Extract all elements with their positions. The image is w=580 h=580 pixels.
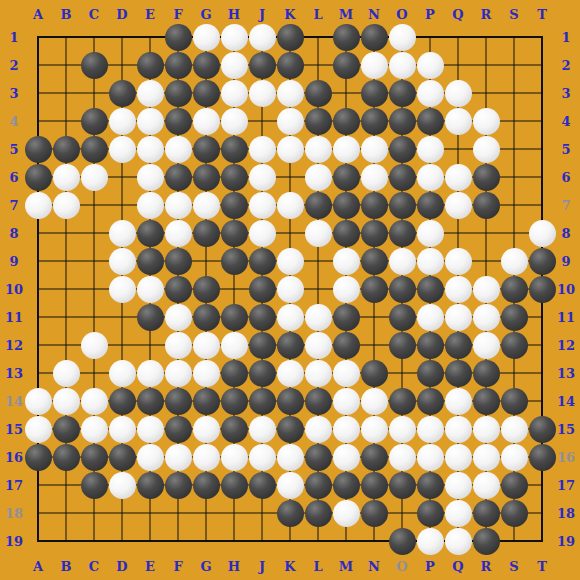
black-stone-N10[interactable] — [361, 276, 388, 303]
white-stone-H3[interactable] — [221, 80, 248, 107]
black-stone-C4[interactable] — [81, 108, 108, 135]
coord-label-bottom-T: T — [537, 560, 547, 573]
white-stone-J16[interactable] — [249, 444, 276, 471]
black-stone-G17[interactable] — [193, 472, 220, 499]
black-stone-J10[interactable] — [249, 276, 276, 303]
black-stone-R6[interactable] — [473, 164, 500, 191]
black-stone-O14[interactable] — [389, 388, 416, 415]
black-stone-E14[interactable] — [137, 388, 164, 415]
white-stone-K10[interactable] — [277, 276, 304, 303]
white-stone-Q16[interactable] — [445, 444, 472, 471]
black-stone-M7[interactable] — [333, 192, 360, 219]
white-stone-A14[interactable] — [25, 388, 52, 415]
white-stone-S15[interactable] — [501, 416, 528, 443]
coord-label-top-C: C — [89, 8, 99, 21]
black-stone-F1[interactable] — [165, 24, 192, 51]
black-stone-N17[interactable] — [361, 472, 388, 499]
black-stone-O12[interactable] — [389, 332, 416, 359]
white-stone-Q7[interactable] — [445, 192, 472, 219]
white-stone-P8[interactable] — [417, 220, 444, 247]
white-stone-N5[interactable] — [361, 136, 388, 163]
coord-label-top-G: G — [200, 8, 211, 21]
black-stone-G6[interactable] — [193, 164, 220, 191]
white-stone-J8[interactable] — [249, 220, 276, 247]
coord-label-bottom-L: L — [313, 560, 322, 573]
white-stone-E16[interactable] — [137, 444, 164, 471]
black-stone-N13[interactable] — [361, 360, 388, 387]
white-stone-D8[interactable] — [109, 220, 136, 247]
white-stone-P11[interactable] — [417, 304, 444, 331]
black-stone-S11[interactable] — [501, 304, 528, 331]
black-stone-R19[interactable] — [473, 528, 500, 555]
white-stone-N14[interactable] — [361, 388, 388, 415]
white-stone-K5[interactable] — [277, 136, 304, 163]
coord-label-right-2: 2 — [561, 59, 570, 72]
white-stone-F11[interactable] — [165, 304, 192, 331]
white-stone-R17[interactable] — [473, 472, 500, 499]
coord-label-top-F: F — [173, 8, 182, 21]
white-stone-S16[interactable] — [501, 444, 528, 471]
white-stone-A7[interactable] — [25, 192, 52, 219]
coord-label-right-19: 19 — [557, 535, 575, 548]
black-stone-B5[interactable] — [53, 136, 80, 163]
white-stone-G1[interactable] — [193, 24, 220, 51]
white-stone-P6[interactable] — [417, 164, 444, 191]
coord-label-top-T: T — [537, 8, 547, 21]
black-stone-R18[interactable] — [473, 500, 500, 527]
black-stone-C2[interactable] — [81, 52, 108, 79]
white-stone-G7[interactable] — [193, 192, 220, 219]
white-stone-K4[interactable] — [277, 108, 304, 135]
black-stone-L4[interactable] — [305, 108, 332, 135]
white-stone-R11[interactable] — [473, 304, 500, 331]
coord-label-top-K: K — [284, 8, 295, 21]
black-stone-N4[interactable] — [361, 108, 388, 135]
black-stone-H15[interactable] — [221, 416, 248, 443]
white-stone-G13[interactable] — [193, 360, 220, 387]
black-stone-Q13[interactable] — [445, 360, 472, 387]
white-stone-M16[interactable] — [333, 444, 360, 471]
coord-label-top-L: L — [313, 8, 322, 21]
white-stone-Q15[interactable] — [445, 416, 472, 443]
white-stone-M13[interactable] — [333, 360, 360, 387]
white-stone-A15[interactable] — [25, 416, 52, 443]
white-stone-Q9[interactable] — [445, 248, 472, 275]
coord-label-left-5: 5 — [9, 143, 18, 156]
black-stone-P14[interactable] — [417, 388, 444, 415]
white-stone-E4[interactable] — [137, 108, 164, 135]
white-stone-J7[interactable] — [249, 192, 276, 219]
black-stone-A16[interactable] — [25, 444, 52, 471]
white-stone-D17[interactable] — [109, 472, 136, 499]
black-stone-O7[interactable] — [389, 192, 416, 219]
black-stone-S12[interactable] — [501, 332, 528, 359]
black-stone-M8[interactable] — [333, 220, 360, 247]
coord-label-bottom-R: R — [481, 560, 492, 573]
white-stone-N2[interactable] — [361, 52, 388, 79]
black-stone-K2[interactable] — [277, 52, 304, 79]
white-stone-Q3[interactable] — [445, 80, 472, 107]
white-stone-G12[interactable] — [193, 332, 220, 359]
white-stone-M9[interactable] — [333, 248, 360, 275]
coord-label-left-3: 3 — [9, 87, 18, 100]
white-stone-N15[interactable] — [361, 416, 388, 443]
black-stone-B15[interactable] — [53, 416, 80, 443]
white-stone-E3[interactable] — [137, 80, 164, 107]
white-stone-G16[interactable] — [193, 444, 220, 471]
coord-label-left-7: 7 — [9, 199, 18, 212]
white-stone-J3[interactable] — [249, 80, 276, 107]
coord-label-left-1: 1 — [9, 31, 18, 44]
black-stone-O3[interactable] — [389, 80, 416, 107]
black-stone-P17[interactable] — [417, 472, 444, 499]
black-stone-K18[interactable] — [277, 500, 304, 527]
black-stone-Q12[interactable] — [445, 332, 472, 359]
black-stone-F9[interactable] — [165, 248, 192, 275]
white-stone-J15[interactable] — [249, 416, 276, 443]
white-stone-K7[interactable] — [277, 192, 304, 219]
coord-label-right-5: 5 — [561, 143, 570, 156]
black-stone-H7[interactable] — [221, 192, 248, 219]
white-stone-H4[interactable] — [221, 108, 248, 135]
white-stone-E13[interactable] — [137, 360, 164, 387]
black-stone-E11[interactable] — [137, 304, 164, 331]
white-stone-B13[interactable] — [53, 360, 80, 387]
white-stone-D9[interactable] — [109, 248, 136, 275]
white-stone-N6[interactable] — [361, 164, 388, 191]
black-stone-F10[interactable] — [165, 276, 192, 303]
black-stone-F6[interactable] — [165, 164, 192, 191]
white-stone-F12[interactable] — [165, 332, 192, 359]
black-stone-P18[interactable] — [417, 500, 444, 527]
white-stone-E15[interactable] — [137, 416, 164, 443]
white-stone-Q6[interactable] — [445, 164, 472, 191]
black-stone-T10[interactable] — [529, 276, 556, 303]
black-stone-N3[interactable] — [361, 80, 388, 107]
coord-label-left-15: 15 — [5, 423, 23, 436]
coord-label-bottom-O: O — [396, 560, 407, 573]
black-stone-M12[interactable] — [333, 332, 360, 359]
coord-label-left-12: 12 — [5, 339, 23, 352]
white-stone-P3[interactable] — [417, 80, 444, 107]
black-stone-L18[interactable] — [305, 500, 332, 527]
white-stone-H2[interactable] — [221, 52, 248, 79]
white-stone-G15[interactable] — [193, 416, 220, 443]
black-stone-N8[interactable] — [361, 220, 388, 247]
white-stone-Q11[interactable] — [445, 304, 472, 331]
black-stone-O6[interactable] — [389, 164, 416, 191]
white-stone-L5[interactable] — [305, 136, 332, 163]
coord-label-bottom-F: F — [173, 560, 182, 573]
black-stone-P12[interactable] — [417, 332, 444, 359]
coord-label-top-H: H — [228, 8, 240, 21]
black-stone-G14[interactable] — [193, 388, 220, 415]
coord-label-left-8: 8 — [9, 227, 18, 240]
white-stone-B14[interactable] — [53, 388, 80, 415]
black-stone-H13[interactable] — [221, 360, 248, 387]
black-stone-G5[interactable] — [193, 136, 220, 163]
coord-label-bottom-J: J — [259, 560, 265, 573]
black-stone-P4[interactable] — [417, 108, 444, 135]
white-stone-R16[interactable] — [473, 444, 500, 471]
black-stone-D14[interactable] — [109, 388, 136, 415]
black-stone-N16[interactable] — [361, 444, 388, 471]
black-stone-K1[interactable] — [277, 24, 304, 51]
coord-label-bottom-N: N — [368, 560, 380, 573]
black-stone-O17[interactable] — [389, 472, 416, 499]
white-stone-P9[interactable] — [417, 248, 444, 275]
black-stone-J11[interactable] — [249, 304, 276, 331]
black-stone-S14[interactable] — [501, 388, 528, 415]
black-stone-J9[interactable] — [249, 248, 276, 275]
white-stone-E7[interactable] — [137, 192, 164, 219]
white-stone-D15[interactable] — [109, 416, 136, 443]
black-stone-J13[interactable] — [249, 360, 276, 387]
coord-label-right-12: 12 — [557, 339, 575, 352]
black-stone-M6[interactable] — [333, 164, 360, 191]
white-stone-K16[interactable] — [277, 444, 304, 471]
black-stone-E8[interactable] — [137, 220, 164, 247]
white-stone-P19[interactable] — [417, 528, 444, 555]
black-stone-J17[interactable] — [249, 472, 276, 499]
white-stone-H1[interactable] — [221, 24, 248, 51]
coord-label-bottom-Q: Q — [452, 560, 463, 573]
black-stone-A6[interactable] — [25, 164, 52, 191]
coord-label-top-R: R — [481, 8, 492, 21]
coord-label-right-8: 8 — [561, 227, 570, 240]
white-stone-Q14[interactable] — [445, 388, 472, 415]
white-stone-L11[interactable] — [305, 304, 332, 331]
white-stone-D10[interactable] — [109, 276, 136, 303]
white-stone-C12[interactable] — [81, 332, 108, 359]
black-stone-R14[interactable] — [473, 388, 500, 415]
coord-label-bottom-H: H — [228, 560, 240, 573]
black-stone-K12[interactable] — [277, 332, 304, 359]
go-board[interactable]: AABBCCDDEEFFGGHHJJKKLLMMNNOOPPQQRRSSTT11… — [0, 0, 580, 580]
black-stone-C5[interactable] — [81, 136, 108, 163]
black-stone-J14[interactable] — [249, 388, 276, 415]
black-stone-H14[interactable] — [221, 388, 248, 415]
black-stone-H5[interactable] — [221, 136, 248, 163]
white-stone-M15[interactable] — [333, 416, 360, 443]
white-stone-E6[interactable] — [137, 164, 164, 191]
white-stone-H12[interactable] — [221, 332, 248, 359]
coord-label-bottom-M: M — [339, 560, 353, 573]
white-stone-P15[interactable] — [417, 416, 444, 443]
black-stone-L7[interactable] — [305, 192, 332, 219]
white-stone-Q17[interactable] — [445, 472, 472, 499]
white-stone-F7[interactable] — [165, 192, 192, 219]
coord-label-right-18: 18 — [557, 507, 575, 520]
white-stone-O2[interactable] — [389, 52, 416, 79]
coord-label-top-B: B — [61, 8, 72, 21]
black-stone-S18[interactable] — [501, 500, 528, 527]
white-stone-D13[interactable] — [109, 360, 136, 387]
black-stone-L16[interactable] — [305, 444, 332, 471]
black-stone-C17[interactable] — [81, 472, 108, 499]
black-stone-P13[interactable] — [417, 360, 444, 387]
white-stone-G4[interactable] — [193, 108, 220, 135]
coord-label-right-14: 14 — [557, 395, 575, 408]
black-stone-R13[interactable] — [473, 360, 500, 387]
white-stone-Q18[interactable] — [445, 500, 472, 527]
black-stone-F15[interactable] — [165, 416, 192, 443]
black-stone-T16[interactable] — [529, 444, 556, 471]
coord-label-bottom-E: E — [145, 560, 155, 573]
white-stone-E5[interactable] — [137, 136, 164, 163]
white-stone-L12[interactable] — [305, 332, 332, 359]
black-stone-F3[interactable] — [165, 80, 192, 107]
coord-label-left-17: 17 — [5, 479, 23, 492]
black-stone-N7[interactable] — [361, 192, 388, 219]
black-stone-M17[interactable] — [333, 472, 360, 499]
black-stone-M4[interactable] — [333, 108, 360, 135]
white-stone-E10[interactable] — [137, 276, 164, 303]
white-stone-K13[interactable] — [277, 360, 304, 387]
black-stone-J12[interactable] — [249, 332, 276, 359]
black-stone-E2[interactable] — [137, 52, 164, 79]
white-stone-R4[interactable] — [473, 108, 500, 135]
white-stone-J5[interactable] — [249, 136, 276, 163]
white-stone-L6[interactable] — [305, 164, 332, 191]
black-stone-F2[interactable] — [165, 52, 192, 79]
white-stone-F5[interactable] — [165, 136, 192, 163]
white-stone-D4[interactable] — [109, 108, 136, 135]
white-stone-R5[interactable] — [473, 136, 500, 163]
white-stone-C14[interactable] — [81, 388, 108, 415]
black-stone-M1[interactable] — [333, 24, 360, 51]
white-stone-C15[interactable] — [81, 416, 108, 443]
black-stone-M11[interactable] — [333, 304, 360, 331]
black-stone-N9[interactable] — [361, 248, 388, 275]
black-stone-M2[interactable] — [333, 52, 360, 79]
white-stone-K11[interactable] — [277, 304, 304, 331]
white-stone-L15[interactable] — [305, 416, 332, 443]
black-stone-O10[interactable] — [389, 276, 416, 303]
black-stone-G8[interactable] — [193, 220, 220, 247]
white-stone-F8[interactable] — [165, 220, 192, 247]
black-stone-N1[interactable] — [361, 24, 388, 51]
black-stone-A5[interactable] — [25, 136, 52, 163]
white-stone-O15[interactable] — [389, 416, 416, 443]
black-stone-E9[interactable] — [137, 248, 164, 275]
white-stone-S9[interactable] — [501, 248, 528, 275]
black-stone-O4[interactable] — [389, 108, 416, 135]
coord-label-right-7: 7 — [561, 199, 570, 212]
white-stone-J6[interactable] — [249, 164, 276, 191]
coord-label-top-A: A — [33, 8, 43, 21]
black-stone-H11[interactable] — [221, 304, 248, 331]
white-stone-L13[interactable] — [305, 360, 332, 387]
black-stone-L14[interactable] — [305, 388, 332, 415]
white-stone-H16[interactable] — [221, 444, 248, 471]
white-stone-D5[interactable] — [109, 136, 136, 163]
coord-label-bottom-G: G — [200, 560, 211, 573]
black-stone-O19[interactable] — [389, 528, 416, 555]
black-stone-E17[interactable] — [137, 472, 164, 499]
white-stone-M14[interactable] — [333, 388, 360, 415]
black-stone-G11[interactable] — [193, 304, 220, 331]
black-stone-F14[interactable] — [165, 388, 192, 415]
black-stone-H17[interactable] — [221, 472, 248, 499]
black-stone-H6[interactable] — [221, 164, 248, 191]
white-stone-R12[interactable] — [473, 332, 500, 359]
black-stone-H8[interactable] — [221, 220, 248, 247]
black-stone-D3[interactable] — [109, 80, 136, 107]
black-stone-C16[interactable] — [81, 444, 108, 471]
coord-label-right-9: 9 — [561, 255, 570, 268]
black-stone-G10[interactable] — [193, 276, 220, 303]
black-stone-O5[interactable] — [389, 136, 416, 163]
white-stone-Q4[interactable] — [445, 108, 472, 135]
coord-label-left-18: 18 — [5, 507, 23, 520]
black-stone-B16[interactable] — [53, 444, 80, 471]
white-stone-P5[interactable] — [417, 136, 444, 163]
white-stone-B6[interactable] — [53, 164, 80, 191]
white-stone-F13[interactable] — [165, 360, 192, 387]
white-stone-P16[interactable] — [417, 444, 444, 471]
white-stone-B7[interactable] — [53, 192, 80, 219]
black-stone-J2[interactable] — [249, 52, 276, 79]
black-stone-T15[interactable] — [529, 416, 556, 443]
black-stone-F4[interactable] — [165, 108, 192, 135]
white-stone-M5[interactable] — [333, 136, 360, 163]
black-stone-G2[interactable] — [193, 52, 220, 79]
white-stone-C6[interactable] — [81, 164, 108, 191]
black-stone-K14[interactable] — [277, 388, 304, 415]
black-stone-H9[interactable] — [221, 248, 248, 275]
black-stone-L3[interactable] — [305, 80, 332, 107]
white-stone-R10[interactable] — [473, 276, 500, 303]
coord-label-left-2: 2 — [9, 59, 18, 72]
coord-label-left-11: 11 — [5, 311, 23, 324]
white-stone-P2[interactable] — [417, 52, 444, 79]
white-stone-J1[interactable] — [249, 24, 276, 51]
white-stone-L8[interactable] — [305, 220, 332, 247]
coord-label-left-14: 14 — [5, 395, 23, 408]
white-stone-O16[interactable] — [389, 444, 416, 471]
white-stone-R15[interactable] — [473, 416, 500, 443]
white-stone-K17[interactable] — [277, 472, 304, 499]
white-stone-M10[interactable] — [333, 276, 360, 303]
black-stone-P7[interactable] — [417, 192, 444, 219]
coord-label-right-16: 16 — [557, 451, 575, 464]
black-stone-K15[interactable] — [277, 416, 304, 443]
white-stone-O9[interactable] — [389, 248, 416, 275]
black-stone-G3[interactable] — [193, 80, 220, 107]
black-stone-T9[interactable] — [529, 248, 556, 275]
coord-label-right-6: 6 — [561, 171, 570, 184]
black-stone-S17[interactable] — [501, 472, 528, 499]
black-stone-F17[interactable] — [165, 472, 192, 499]
white-stone-Q19[interactable] — [445, 528, 472, 555]
black-stone-N18[interactable] — [361, 500, 388, 527]
black-stone-O11[interactable] — [389, 304, 416, 331]
white-stone-K3[interactable] — [277, 80, 304, 107]
white-stone-F16[interactable] — [165, 444, 192, 471]
white-stone-T8[interactable] — [529, 220, 556, 247]
black-stone-S10[interactable] — [501, 276, 528, 303]
black-stone-L17[interactable] — [305, 472, 332, 499]
white-stone-O1[interactable] — [389, 24, 416, 51]
black-stone-O8[interactable] — [389, 220, 416, 247]
black-stone-P10[interactable] — [417, 276, 444, 303]
white-stone-K9[interactable] — [277, 248, 304, 275]
black-stone-D16[interactable] — [109, 444, 136, 471]
white-stone-M18[interactable] — [333, 500, 360, 527]
black-stone-R7[interactable] — [473, 192, 500, 219]
white-stone-Q10[interactable] — [445, 276, 472, 303]
